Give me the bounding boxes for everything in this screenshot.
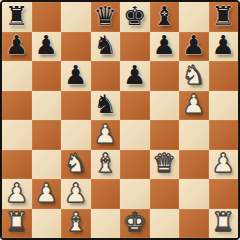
square-c1[interactable]: ♝ <box>61 209 91 239</box>
black-pawn[interactable]: ♟ <box>212 32 235 58</box>
square-d8[interactable]: ♛ <box>91 2 121 32</box>
square-d4[interactable]: ♟ <box>91 120 121 150</box>
white-pawn[interactable]: ♟ <box>212 150 235 176</box>
white-pawn[interactable]: ♟ <box>64 180 87 206</box>
black-knight[interactable]: ♞ <box>94 32 117 58</box>
square-g6[interactable]: ♞ <box>179 61 209 91</box>
square-b8[interactable] <box>32 2 62 32</box>
square-g4[interactable] <box>179 120 209 150</box>
square-d2[interactable] <box>91 179 121 209</box>
square-d6[interactable] <box>91 61 121 91</box>
board-area: ♜♛♚♝♜♟♟♞♟♟♟♟♟♞♞♟♟♞♝♛♟♟♟♟♜♝♚♜ <box>0 0 240 240</box>
square-h2[interactable] <box>209 179 239 209</box>
square-a5[interactable] <box>2 91 32 121</box>
square-f1[interactable] <box>150 209 180 239</box>
square-f5[interactable] <box>150 91 180 121</box>
square-h3[interactable]: ♟ <box>209 150 239 180</box>
square-e3[interactable] <box>120 150 150 180</box>
black-pawn[interactable]: ♟ <box>35 32 58 58</box>
white-rook[interactable]: ♜ <box>5 209 28 235</box>
black-pawn[interactable]: ♟ <box>64 62 87 88</box>
square-c6[interactable]: ♟ <box>61 61 91 91</box>
square-b7[interactable]: ♟ <box>32 32 62 62</box>
square-e1[interactable]: ♚ <box>120 209 150 239</box>
white-rook[interactable]: ♜ <box>212 209 235 235</box>
square-a1[interactable]: ♜ <box>2 209 32 239</box>
square-f3[interactable]: ♛ <box>150 150 180 180</box>
square-d3[interactable]: ♝ <box>91 150 121 180</box>
square-c2[interactable]: ♟ <box>61 179 91 209</box>
square-a8[interactable]: ♜ <box>2 2 32 32</box>
white-knight[interactable]: ♞ <box>182 62 205 88</box>
square-a4[interactable] <box>2 120 32 150</box>
square-g2[interactable] <box>179 179 209 209</box>
square-b1[interactable] <box>32 209 62 239</box>
square-e5[interactable] <box>120 91 150 121</box>
white-bishop[interactable]: ♝ <box>64 209 87 235</box>
white-queen[interactable]: ♛ <box>153 150 176 176</box>
square-c3[interactable]: ♞ <box>61 150 91 180</box>
square-a2[interactable]: ♟ <box>2 179 32 209</box>
black-pawn[interactable]: ♟ <box>153 32 176 58</box>
white-pawn[interactable]: ♟ <box>182 91 205 117</box>
white-pawn[interactable]: ♟ <box>94 121 117 147</box>
square-d5[interactable]: ♞ <box>91 91 121 121</box>
square-a6[interactable] <box>2 61 32 91</box>
square-c4[interactable] <box>61 120 91 150</box>
black-bishop[interactable]: ♝ <box>153 3 176 29</box>
square-c8[interactable] <box>61 2 91 32</box>
black-rook[interactable]: ♜ <box>212 3 235 29</box>
square-e7[interactable] <box>120 32 150 62</box>
square-f8[interactable]: ♝ <box>150 2 180 32</box>
black-queen[interactable]: ♛ <box>94 3 117 29</box>
square-e6[interactable]: ♟ <box>120 61 150 91</box>
white-pawn[interactable]: ♟ <box>5 180 28 206</box>
square-a3[interactable] <box>2 150 32 180</box>
square-e4[interactable] <box>120 120 150 150</box>
square-a7[interactable]: ♟ <box>2 32 32 62</box>
square-f7[interactable]: ♟ <box>150 32 180 62</box>
black-pawn[interactable]: ♟ <box>182 32 205 58</box>
square-g8[interactable] <box>179 2 209 32</box>
square-b2[interactable]: ♟ <box>32 179 62 209</box>
black-knight[interactable]: ♞ <box>94 91 117 117</box>
black-rook[interactable]: ♜ <box>5 3 28 29</box>
black-pawn[interactable]: ♟ <box>5 32 28 58</box>
white-pawn[interactable]: ♟ <box>35 180 58 206</box>
square-h6[interactable] <box>209 61 239 91</box>
square-b3[interactable] <box>32 150 62 180</box>
square-f4[interactable] <box>150 120 180 150</box>
square-h8[interactable]: ♜ <box>209 2 239 32</box>
white-bishop[interactable]: ♝ <box>94 150 117 176</box>
square-b4[interactable] <box>32 120 62 150</box>
black-pawn[interactable]: ♟ <box>123 62 146 88</box>
white-knight[interactable]: ♞ <box>64 150 87 176</box>
square-e2[interactable] <box>120 179 150 209</box>
black-king[interactable]: ♚ <box>123 3 146 29</box>
square-b6[interactable] <box>32 61 62 91</box>
square-h7[interactable]: ♟ <box>209 32 239 62</box>
square-h4[interactable] <box>209 120 239 150</box>
square-g3[interactable] <box>179 150 209 180</box>
square-h5[interactable] <box>209 91 239 121</box>
square-f6[interactable] <box>150 61 180 91</box>
square-b5[interactable] <box>32 91 62 121</box>
square-d1[interactable] <box>91 209 121 239</box>
square-g1[interactable] <box>179 209 209 239</box>
square-e8[interactable]: ♚ <box>120 2 150 32</box>
chess-board: ♜♛♚♝♜♟♟♞♟♟♟♟♟♞♞♟♟♞♝♛♟♟♟♟♜♝♚♜ <box>0 0 240 240</box>
square-f2[interactable] <box>150 179 180 209</box>
square-g5[interactable]: ♟ <box>179 91 209 121</box>
square-c7[interactable] <box>61 32 91 62</box>
square-g7[interactable]: ♟ <box>179 32 209 62</box>
square-c5[interactable] <box>61 91 91 121</box>
square-h1[interactable]: ♜ <box>209 209 239 239</box>
white-king[interactable]: ♚ <box>123 209 146 235</box>
square-d7[interactable]: ♞ <box>91 32 121 62</box>
